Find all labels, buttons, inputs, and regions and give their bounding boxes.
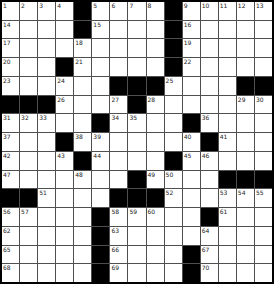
cell-r1c3[interactable]: 3 <box>38 2 55 20</box>
cell-r14c7[interactable]: 66 <box>110 246 127 264</box>
cell-r7c14[interactable] <box>237 114 254 132</box>
clue-number-54: 54 <box>238 189 246 196</box>
clue-number-67: 67 <box>202 246 210 253</box>
cell-r8c10[interactable] <box>165 133 182 151</box>
cell-r7c13[interactable] <box>219 114 236 132</box>
cell-r11c13[interactable]: 53 <box>219 189 236 207</box>
clue-number-47: 47 <box>3 171 11 178</box>
clue-number-25: 25 <box>166 77 174 84</box>
cell-r3c2[interactable] <box>20 39 37 57</box>
clue-number-36: 36 <box>202 114 210 121</box>
black-square-r8c4 <box>56 133 73 151</box>
cell-r12c13[interactable]: 61 <box>219 208 236 226</box>
cell-r12c8[interactable]: 59 <box>128 208 145 226</box>
cell-r15c15[interactable] <box>255 264 272 282</box>
cell-r15c10[interactable] <box>165 264 182 282</box>
clue-number-29: 29 <box>238 96 246 103</box>
clue-number-38: 38 <box>75 133 83 140</box>
cell-r13c5[interactable] <box>74 227 91 245</box>
cell-r15c4[interactable] <box>56 264 73 282</box>
cell-r15c5[interactable] <box>74 264 91 282</box>
clue-number-37: 37 <box>3 133 11 140</box>
clue-number-11: 11 <box>220 2 228 9</box>
cell-r12c3[interactable] <box>38 208 55 226</box>
black-square-r11c7 <box>110 189 127 207</box>
cell-r13c2[interactable] <box>20 227 37 245</box>
cell-r4c6[interactable] <box>92 58 109 76</box>
clue-number-19: 19 <box>184 39 192 46</box>
cell-r7c4[interactable] <box>56 114 73 132</box>
clue-number-15: 15 <box>93 21 101 28</box>
cell-r5c4[interactable]: 24 <box>56 77 73 95</box>
black-square-r11c8 <box>128 189 145 207</box>
cell-r8c15[interactable] <box>255 133 272 151</box>
clue-number-58: 58 <box>111 208 119 215</box>
clue-number-39: 39 <box>93 133 101 140</box>
black-square-r7c6 <box>92 114 109 132</box>
black-square-r12c6 <box>92 208 109 226</box>
black-square-r6c1 <box>2 96 19 114</box>
cell-r8c14[interactable] <box>237 133 254 151</box>
cell-r11c10[interactable]: 52 <box>165 189 182 207</box>
black-square-r6c3 <box>38 96 55 114</box>
cell-r3c14[interactable] <box>237 39 254 57</box>
cell-r5c11[interactable] <box>183 77 200 95</box>
clue-number-7: 7 <box>129 2 133 9</box>
cell-r9c11[interactable]: 45 <box>183 152 200 170</box>
cell-r10c1[interactable]: 47 <box>2 171 19 189</box>
clue-number-5: 5 <box>93 2 97 9</box>
cell-r2c14[interactable] <box>237 21 254 39</box>
clue-number-52: 52 <box>166 189 174 196</box>
clue-number-14: 14 <box>3 21 11 28</box>
black-square-r9c10 <box>165 152 182 170</box>
clue-number-60: 60 <box>148 208 156 215</box>
clue-number-43: 43 <box>57 152 65 159</box>
cell-r15c13[interactable] <box>219 264 236 282</box>
cell-r2c12[interactable] <box>201 21 218 39</box>
cell-r4c12[interactable] <box>201 58 218 76</box>
clue-number-26: 26 <box>57 96 65 103</box>
clue-number-10: 10 <box>202 2 210 9</box>
cell-r1c9[interactable]: 8 <box>147 2 164 20</box>
cell-r8c8[interactable] <box>128 133 145 151</box>
cell-r13c10[interactable] <box>165 227 182 245</box>
black-square-r4c4 <box>56 58 73 76</box>
cell-r15c14[interactable] <box>237 264 254 282</box>
cell-r3c12[interactable] <box>201 39 218 57</box>
cell-r4c3[interactable] <box>38 58 55 76</box>
black-square-r14c11 <box>183 246 200 264</box>
cell-r15c9[interactable] <box>147 264 164 282</box>
clue-number-46: 46 <box>202 152 210 159</box>
clue-number-2: 2 <box>21 2 25 9</box>
clue-number-35: 35 <box>129 114 137 121</box>
cell-r9c9[interactable] <box>147 152 164 170</box>
cell-r5c1[interactable]: 23 <box>2 77 19 95</box>
cell-r3c1[interactable]: 17 <box>2 39 19 57</box>
clue-number-22: 22 <box>184 58 192 65</box>
cell-r13c1[interactable]: 62 <box>2 227 19 245</box>
cell-r3c9[interactable] <box>147 39 164 57</box>
clue-number-64: 64 <box>202 227 210 234</box>
cell-r11c12[interactable] <box>201 189 218 207</box>
cell-r12c10[interactable] <box>165 208 182 226</box>
cell-r3c3[interactable] <box>38 39 55 57</box>
cell-r6c10[interactable] <box>165 96 182 114</box>
cell-r1c14[interactable]: 12 <box>237 2 254 20</box>
black-square-r5c7 <box>110 77 127 95</box>
cell-r1c8[interactable]: 7 <box>128 2 145 20</box>
clue-number-57: 57 <box>21 208 29 215</box>
cell-r4c11[interactable]: 22 <box>183 58 200 76</box>
cell-r13c8[interactable] <box>128 227 145 245</box>
cell-r5c12[interactable] <box>201 77 218 95</box>
black-square-r10c8 <box>128 171 145 189</box>
cell-r2c7[interactable] <box>110 21 127 39</box>
cell-r3c13[interactable] <box>219 39 236 57</box>
clue-number-63: 63 <box>111 227 119 234</box>
cell-r4c1[interactable]: 20 <box>2 58 19 76</box>
clue-number-1: 1 <box>3 2 7 9</box>
cell-r14c14[interactable] <box>237 246 254 264</box>
cell-r3c8[interactable] <box>128 39 145 57</box>
clue-number-48: 48 <box>75 171 83 178</box>
black-square-r11c1 <box>2 189 19 207</box>
cell-r11c15[interactable]: 55 <box>255 189 272 207</box>
cell-r3c4[interactable] <box>56 39 73 57</box>
cell-r8c7[interactable] <box>110 133 127 151</box>
cell-r15c8[interactable] <box>128 264 145 282</box>
cell-r14c12[interactable]: 67 <box>201 246 218 264</box>
cell-r3c15[interactable] <box>255 39 272 57</box>
cell-r15c2[interactable] <box>20 264 37 282</box>
clue-number-61: 61 <box>220 208 228 215</box>
cell-r5c13[interactable] <box>219 77 236 95</box>
cell-r7c15[interactable] <box>255 114 272 132</box>
black-square-r4c10 <box>165 58 182 76</box>
black-square-r1c5 <box>74 2 91 20</box>
cell-r1c11[interactable]: 9 <box>183 2 200 20</box>
black-square-r11c9 <box>147 189 164 207</box>
clue-number-42: 42 <box>3 152 11 159</box>
cell-r13c12[interactable]: 64 <box>201 227 218 245</box>
cell-r6c9[interactable]: 28 <box>147 96 164 114</box>
cell-r8c5[interactable]: 38 <box>74 133 91 151</box>
black-square-r15c6 <box>92 264 109 282</box>
cell-r7c8[interactable]: 35 <box>128 114 145 132</box>
cell-r14c3[interactable] <box>38 246 55 264</box>
cell-r12c2[interactable]: 57 <box>20 208 37 226</box>
cell-r4c8[interactable] <box>128 58 145 76</box>
cell-r5c6[interactable] <box>92 77 109 95</box>
clue-number-32: 32 <box>21 114 29 121</box>
cell-r11c5[interactable] <box>74 189 91 207</box>
cell-r4c14[interactable] <box>237 58 254 76</box>
cell-r13c3[interactable] <box>38 227 55 245</box>
cell-r12c7[interactable]: 58 <box>110 208 127 226</box>
cell-r12c1[interactable]: 56 <box>2 208 19 226</box>
cell-r14c2[interactable] <box>20 246 37 264</box>
clue-number-33: 33 <box>39 114 47 121</box>
clue-number-16: 16 <box>184 21 192 28</box>
cell-r2c8[interactable] <box>128 21 145 39</box>
cell-r8c3[interactable] <box>38 133 55 151</box>
cell-r3c7[interactable] <box>110 39 127 57</box>
black-square-r6c2 <box>20 96 37 114</box>
cell-r9c4[interactable]: 43 <box>56 152 73 170</box>
cell-r10c2[interactable] <box>20 171 37 189</box>
cell-r5c5[interactable] <box>74 77 91 95</box>
cell-r1c4[interactable]: 4 <box>56 2 73 20</box>
clue-number-55: 55 <box>256 189 264 196</box>
black-square-r14c6 <box>92 246 109 264</box>
cell-r9c8[interactable] <box>128 152 145 170</box>
cell-r5c3[interactable] <box>38 77 55 95</box>
cell-r9c2[interactable] <box>20 152 37 170</box>
cell-r9c12[interactable]: 46 <box>201 152 218 170</box>
cell-r10c12[interactable] <box>201 171 218 189</box>
cell-r2c6[interactable]: 15 <box>92 21 109 39</box>
black-square-r3c10 <box>165 39 182 57</box>
cell-r11c11[interactable] <box>183 189 200 207</box>
cell-r7c5[interactable] <box>74 114 91 132</box>
clue-number-45: 45 <box>184 152 192 159</box>
cell-r15c3[interactable] <box>38 264 55 282</box>
clue-number-28: 28 <box>148 96 156 103</box>
cell-r8c11[interactable]: 40 <box>183 133 200 151</box>
cell-r7c2[interactable]: 32 <box>20 114 37 132</box>
cell-r9c3[interactable] <box>38 152 55 170</box>
cell-r3c11[interactable]: 19 <box>183 39 200 57</box>
clue-number-34: 34 <box>111 114 119 121</box>
cell-r3c6[interactable] <box>92 39 109 57</box>
black-square-r10c13 <box>219 171 236 189</box>
cell-r9c6[interactable]: 44 <box>92 152 109 170</box>
cell-r5c10[interactable]: 25 <box>165 77 182 95</box>
cell-r13c9[interactable] <box>147 227 164 245</box>
cell-r11c4[interactable] <box>56 189 73 207</box>
cell-r4c5[interactable]: 21 <box>74 58 91 76</box>
cell-r10c11[interactable] <box>183 171 200 189</box>
cell-r8c2[interactable] <box>20 133 37 151</box>
cell-r1c1[interactable]: 1 <box>2 2 19 20</box>
cell-r7c7[interactable]: 34 <box>110 114 127 132</box>
cell-r13c7[interactable]: 63 <box>110 227 127 245</box>
clue-number-70: 70 <box>202 264 210 271</box>
cell-r7c12[interactable]: 36 <box>201 114 218 132</box>
cell-r14c1[interactable]: 65 <box>2 246 19 264</box>
cell-r8c6[interactable]: 39 <box>92 133 109 151</box>
clue-number-53: 53 <box>220 189 228 196</box>
cell-r9c14[interactable] <box>237 152 254 170</box>
black-square-r6c8 <box>128 96 145 114</box>
cell-r2c3[interactable] <box>38 21 55 39</box>
cell-r13c11[interactable] <box>183 227 200 245</box>
cell-r4c13[interactable] <box>219 58 236 76</box>
black-square-r12c12 <box>201 208 218 226</box>
cell-r13c4[interactable] <box>56 227 73 245</box>
cell-r2c11[interactable]: 16 <box>183 21 200 39</box>
clue-number-8: 8 <box>148 2 152 9</box>
cell-r7c9[interactable] <box>147 114 164 132</box>
cell-r14c13[interactable] <box>219 246 236 264</box>
clue-number-21: 21 <box>75 58 83 65</box>
cell-r9c15[interactable] <box>255 152 272 170</box>
cell-r6c13[interactable] <box>219 96 236 114</box>
clue-number-24: 24 <box>57 77 65 84</box>
black-square-r1c10 <box>165 2 182 20</box>
cell-r2c2[interactable] <box>20 21 37 39</box>
clue-number-27: 27 <box>111 96 119 103</box>
clue-number-59: 59 <box>129 208 137 215</box>
cell-r2c4[interactable] <box>56 21 73 39</box>
black-square-r2c10 <box>165 21 182 39</box>
cell-r9c13[interactable] <box>219 152 236 170</box>
cell-r8c13[interactable]: 41 <box>219 133 236 151</box>
black-square-r10c15 <box>255 171 272 189</box>
cell-r12c9[interactable]: 60 <box>147 208 164 226</box>
clue-number-6: 6 <box>111 2 115 9</box>
clue-number-12: 12 <box>238 2 246 9</box>
clue-number-30: 30 <box>256 96 264 103</box>
cell-r14c4[interactable] <box>56 246 73 264</box>
clue-number-4: 4 <box>57 2 61 9</box>
cell-r13c14[interactable] <box>237 227 254 245</box>
crossword-board: 1234567891011121314151617181920212223242… <box>0 0 274 284</box>
black-square-r10c14 <box>237 171 254 189</box>
cell-r10c6[interactable] <box>92 171 109 189</box>
clue-number-62: 62 <box>3 227 11 234</box>
clue-number-40: 40 <box>184 133 192 140</box>
black-square-r7c11 <box>183 114 200 132</box>
cell-r11c6[interactable] <box>92 189 109 207</box>
black-square-r5c14 <box>237 77 254 95</box>
cell-r1c15[interactable]: 13 <box>255 2 272 20</box>
cell-r10c4[interactable] <box>56 171 73 189</box>
cell-r12c15[interactable] <box>255 208 272 226</box>
cell-r3c5[interactable]: 18 <box>74 39 91 57</box>
cell-r4c2[interactable] <box>20 58 37 76</box>
cell-r1c13[interactable]: 11 <box>219 2 236 20</box>
cell-r9c1[interactable]: 42 <box>2 152 19 170</box>
black-square-r5c8 <box>128 77 145 95</box>
cell-r6c15[interactable]: 30 <box>255 96 272 114</box>
clue-number-17: 17 <box>3 39 11 46</box>
clue-number-51: 51 <box>39 189 47 196</box>
cell-r14c10[interactable] <box>165 246 182 264</box>
cell-r7c10[interactable] <box>165 114 182 132</box>
clue-number-65: 65 <box>3 246 11 253</box>
cell-r4c9[interactable] <box>147 58 164 76</box>
cell-r14c15[interactable] <box>255 246 272 264</box>
cell-r8c1[interactable]: 37 <box>2 133 19 151</box>
cell-r6c12[interactable] <box>201 96 218 114</box>
black-square-r13c6 <box>92 227 109 245</box>
cell-r6c6[interactable] <box>92 96 109 114</box>
cell-r8c9[interactable] <box>147 133 164 151</box>
black-square-r2c5 <box>74 21 91 39</box>
cell-r14c8[interactable] <box>128 246 145 264</box>
clue-number-18: 18 <box>75 39 83 46</box>
black-square-r5c9 <box>147 77 164 95</box>
clue-number-49: 49 <box>148 171 156 178</box>
cell-r15c1[interactable]: 68 <box>2 264 19 282</box>
clue-number-13: 13 <box>256 2 264 9</box>
cell-r14c5[interactable] <box>74 246 91 264</box>
cell-r5c2[interactable] <box>20 77 37 95</box>
cell-r2c15[interactable] <box>255 21 272 39</box>
cell-r12c4[interactable] <box>56 208 73 226</box>
cell-r6c14[interactable]: 29 <box>237 96 254 114</box>
cell-r6c11[interactable] <box>183 96 200 114</box>
clue-number-9: 9 <box>184 2 188 9</box>
cell-r4c15[interactable] <box>255 58 272 76</box>
clue-number-44: 44 <box>93 152 101 159</box>
cell-r14c9[interactable] <box>147 246 164 264</box>
cell-r4c7[interactable] <box>110 58 127 76</box>
cell-r7c1[interactable]: 31 <box>2 114 19 132</box>
cell-r6c5[interactable] <box>74 96 91 114</box>
black-square-r9c5 <box>74 152 91 170</box>
cell-r12c14[interactable] <box>237 208 254 226</box>
black-square-r5c15 <box>255 77 272 95</box>
clue-number-69: 69 <box>111 264 119 271</box>
cell-r1c2[interactable]: 2 <box>20 2 37 20</box>
cell-r9c7[interactable] <box>110 152 127 170</box>
clue-number-41: 41 <box>220 133 228 140</box>
cell-r1c6[interactable]: 5 <box>92 2 109 20</box>
clue-number-68: 68 <box>3 264 11 271</box>
cell-r1c7[interactable]: 6 <box>110 2 127 20</box>
cell-r10c3[interactable] <box>38 171 55 189</box>
cell-r2c1[interactable]: 14 <box>2 21 19 39</box>
cell-r2c13[interactable] <box>219 21 236 39</box>
cell-r15c12[interactable]: 70 <box>201 264 218 282</box>
clue-number-3: 3 <box>39 2 43 9</box>
cell-r11c3[interactable]: 51 <box>38 189 55 207</box>
cell-r10c7[interactable] <box>110 171 127 189</box>
cell-r13c13[interactable] <box>219 227 236 245</box>
cell-r7c3[interactable]: 33 <box>38 114 55 132</box>
clue-number-50: 50 <box>166 171 174 178</box>
black-square-r11c2 <box>20 189 37 207</box>
clue-number-56: 56 <box>3 208 11 215</box>
cell-r2c9[interactable] <box>147 21 164 39</box>
clue-number-66: 66 <box>111 246 119 253</box>
cell-r10c10[interactable]: 50 <box>165 171 182 189</box>
cell-r13c15[interactable] <box>255 227 272 245</box>
cell-r11c14[interactable]: 54 <box>237 189 254 207</box>
clue-number-23: 23 <box>3 77 11 84</box>
cell-r6c7[interactable]: 27 <box>110 96 127 114</box>
cell-r15c7[interactable]: 69 <box>110 264 127 282</box>
crossword-page: 1234567891011121314151617181920212223242… <box>0 0 275 285</box>
cell-r12c11[interactable] <box>183 208 200 226</box>
cell-r10c9[interactable]: 49 <box>147 171 164 189</box>
clue-number-31: 31 <box>3 114 11 121</box>
cell-r1c12[interactable]: 10 <box>201 2 218 20</box>
black-square-r8c12 <box>201 133 218 151</box>
cell-r10c5[interactable]: 48 <box>74 171 91 189</box>
cell-r6c4[interactable]: 26 <box>56 96 73 114</box>
black-square-r15c11 <box>183 264 200 282</box>
clue-number-20: 20 <box>3 58 11 65</box>
cell-r12c5[interactable] <box>74 208 91 226</box>
